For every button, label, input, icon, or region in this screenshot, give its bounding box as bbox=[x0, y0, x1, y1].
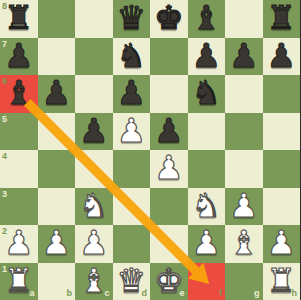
black-pawn[interactable]: ♟ bbox=[113, 74, 151, 112]
white-knight[interactable]: ♞ bbox=[188, 187, 226, 225]
black-rook[interactable]: ♜ bbox=[263, 0, 301, 37]
square-b8[interactable] bbox=[38, 0, 76, 38]
square-e7[interactable] bbox=[150, 38, 188, 76]
square-d6[interactable]: ♟ bbox=[113, 75, 151, 113]
black-rook[interactable]: ♜ bbox=[0, 0, 38, 37]
rank-label-3: 3 bbox=[2, 190, 7, 199]
white-knight[interactable]: ♞ bbox=[75, 187, 113, 225]
square-c5[interactable]: ♟ bbox=[75, 113, 113, 151]
rank-label-5: 5 bbox=[2, 115, 7, 124]
square-f8[interactable]: ♝ bbox=[188, 0, 226, 38]
square-b7[interactable] bbox=[38, 38, 76, 76]
square-b6[interactable]: ♟ bbox=[38, 75, 76, 113]
black-pawn[interactable]: ♟ bbox=[263, 37, 301, 75]
square-e5[interactable]: ♟ bbox=[150, 113, 188, 151]
black-pawn[interactable]: ♟ bbox=[150, 112, 188, 150]
square-d1[interactable]: d♛ bbox=[113, 263, 151, 300]
square-h3[interactable] bbox=[263, 188, 301, 226]
file-label-g: g bbox=[254, 289, 260, 298]
square-b2[interactable]: ♟ bbox=[38, 225, 76, 263]
square-d3[interactable] bbox=[113, 188, 151, 226]
square-g3[interactable]: ♟ bbox=[225, 188, 263, 226]
white-pawn[interactable]: ♟ bbox=[263, 224, 301, 262]
square-a3[interactable]: 3 bbox=[0, 188, 38, 226]
square-h8[interactable]: ♜ bbox=[263, 0, 301, 38]
square-f1[interactable]: f bbox=[188, 263, 226, 300]
white-rook[interactable]: ♜ bbox=[263, 262, 301, 300]
square-a2[interactable]: 2♟ bbox=[0, 225, 38, 263]
square-a6[interactable]: 6♝ bbox=[0, 75, 38, 113]
square-g8[interactable] bbox=[225, 0, 263, 38]
square-h4[interactable] bbox=[263, 150, 301, 188]
square-d7[interactable]: ♞ bbox=[113, 38, 151, 76]
white-pawn[interactable]: ♟ bbox=[225, 187, 263, 225]
square-f7[interactable]: ♟ bbox=[188, 38, 226, 76]
square-e3[interactable] bbox=[150, 188, 188, 226]
square-e4[interactable]: ♟ bbox=[150, 150, 188, 188]
square-g1[interactable]: g bbox=[225, 263, 263, 300]
white-pawn[interactable]: ♟ bbox=[38, 224, 76, 262]
square-b4[interactable] bbox=[38, 150, 76, 188]
square-h5[interactable] bbox=[263, 113, 301, 151]
square-e1[interactable]: e♚ bbox=[150, 263, 188, 300]
square-h1[interactable]: h♜ bbox=[263, 263, 301, 300]
black-pawn[interactable]: ♟ bbox=[0, 37, 38, 75]
black-pawn[interactable]: ♟ bbox=[225, 37, 263, 75]
square-d2[interactable] bbox=[113, 225, 151, 263]
square-d4[interactable] bbox=[113, 150, 151, 188]
chess-app: 8♜♛♚♝♜7♟♞♟♟♟6♝♟♟♞5♟♟♟4♟3♞♞♟2♟♟♟♟♝♟1a♜bc♝… bbox=[0, 0, 300, 300]
square-f6[interactable]: ♞ bbox=[188, 75, 226, 113]
rank-label-4: 4 bbox=[2, 152, 7, 161]
square-b3[interactable] bbox=[38, 188, 76, 226]
square-e8[interactable]: ♚ bbox=[150, 0, 188, 38]
black-pawn[interactable]: ♟ bbox=[38, 74, 76, 112]
file-label-f: f bbox=[219, 289, 222, 298]
black-pawn[interactable]: ♟ bbox=[188, 37, 226, 75]
square-c2[interactable]: ♟ bbox=[75, 225, 113, 263]
white-pawn[interactable]: ♟ bbox=[188, 224, 226, 262]
square-a1[interactable]: 1a♜ bbox=[0, 263, 38, 300]
square-f3[interactable]: ♞ bbox=[188, 188, 226, 226]
square-c7[interactable] bbox=[75, 38, 113, 76]
square-h6[interactable] bbox=[263, 75, 301, 113]
square-f2[interactable]: ♟ bbox=[188, 225, 226, 263]
file-label-b: b bbox=[67, 289, 73, 298]
white-pawn[interactable]: ♟ bbox=[113, 112, 151, 150]
white-queen[interactable]: ♛ bbox=[113, 262, 151, 300]
black-king[interactable]: ♚ bbox=[150, 0, 188, 37]
white-pawn[interactable]: ♟ bbox=[0, 224, 38, 262]
square-e2[interactable] bbox=[150, 225, 188, 263]
square-b1[interactable]: b bbox=[38, 263, 76, 300]
square-c3[interactable]: ♞ bbox=[75, 188, 113, 226]
square-g6[interactable] bbox=[225, 75, 263, 113]
square-b5[interactable] bbox=[38, 113, 76, 151]
square-a8[interactable]: 8♜ bbox=[0, 0, 38, 38]
square-e6[interactable] bbox=[150, 75, 188, 113]
white-pawn[interactable]: ♟ bbox=[75, 224, 113, 262]
square-a5[interactable]: 5 bbox=[0, 113, 38, 151]
white-pawn[interactable]: ♟ bbox=[150, 149, 188, 187]
black-bishop[interactable]: ♝ bbox=[188, 0, 226, 37]
square-a4[interactable]: 4 bbox=[0, 150, 38, 188]
square-d5[interactable]: ♟ bbox=[113, 113, 151, 151]
black-bishop[interactable]: ♝ bbox=[0, 74, 38, 112]
black-pawn[interactable]: ♟ bbox=[75, 112, 113, 150]
square-h7[interactable]: ♟ bbox=[263, 38, 301, 76]
square-c6[interactable] bbox=[75, 75, 113, 113]
black-queen[interactable]: ♛ bbox=[113, 0, 151, 37]
square-c4[interactable] bbox=[75, 150, 113, 188]
white-rook[interactable]: ♜ bbox=[0, 262, 38, 300]
square-a7[interactable]: 7♟ bbox=[0, 38, 38, 76]
white-king[interactable]: ♚ bbox=[150, 262, 188, 300]
square-f5[interactable] bbox=[188, 113, 226, 151]
black-knight[interactable]: ♞ bbox=[113, 37, 151, 75]
square-g2[interactable]: ♝ bbox=[225, 225, 263, 263]
square-f4[interactable] bbox=[188, 150, 226, 188]
square-g4[interactable] bbox=[225, 150, 263, 188]
square-d8[interactable]: ♛ bbox=[113, 0, 151, 38]
white-bishop[interactable]: ♝ bbox=[225, 224, 263, 262]
square-g7[interactable]: ♟ bbox=[225, 38, 263, 76]
square-c8[interactable] bbox=[75, 0, 113, 38]
white-bishop[interactable]: ♝ bbox=[75, 262, 113, 300]
square-h2[interactable]: ♟ bbox=[263, 225, 301, 263]
chess-board: 8♜♛♚♝♜7♟♞♟♟♟6♝♟♟♞5♟♟♟4♟3♞♞♟2♟♟♟♟♝♟1a♜bc♝… bbox=[0, 0, 300, 300]
square-c1[interactable]: c♝ bbox=[75, 263, 113, 300]
square-g5[interactable] bbox=[225, 113, 263, 151]
black-knight[interactable]: ♞ bbox=[188, 74, 226, 112]
